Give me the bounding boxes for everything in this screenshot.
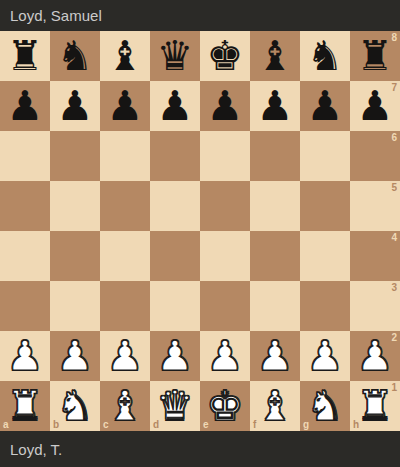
rank-label-5: 5	[391, 182, 397, 193]
black-pawn-e7: ♟	[200, 81, 250, 131]
square-h6[interactable]: 6	[350, 131, 400, 181]
white-bishop-c1: ♝	[100, 381, 150, 431]
square-g5[interactable]	[300, 181, 350, 231]
rank-label-3: 3	[391, 282, 397, 293]
square-e7[interactable]: ♟	[200, 81, 250, 131]
square-d6[interactable]	[150, 131, 200, 181]
square-d3[interactable]	[150, 281, 200, 331]
square-a5[interactable]	[0, 181, 50, 231]
square-f2[interactable]: ♟	[250, 331, 300, 381]
square-g2[interactable]: ♟	[300, 331, 350, 381]
black-rook-a8: ♜	[0, 31, 50, 81]
square-h8[interactable]: ♜8	[350, 31, 400, 81]
square-h5[interactable]: 5	[350, 181, 400, 231]
black-bishop-f8: ♝	[250, 31, 300, 81]
white-pawn-e2: ♟	[200, 331, 250, 381]
square-h7[interactable]: ♟7	[350, 81, 400, 131]
rank-label-4: 4	[391, 232, 397, 243]
black-knight-g8: ♞	[300, 31, 350, 81]
square-f4[interactable]	[250, 231, 300, 281]
square-b1[interactable]: ♞b	[50, 381, 100, 431]
square-d7[interactable]: ♟	[150, 81, 200, 131]
white-king-e1: ♚	[200, 381, 250, 431]
rank-label-6: 6	[391, 132, 397, 143]
black-pawn-a7: ♟	[0, 81, 50, 131]
square-c7[interactable]: ♟	[100, 81, 150, 131]
square-g6[interactable]	[300, 131, 350, 181]
square-c3[interactable]	[100, 281, 150, 331]
white-pawn-b2: ♟	[50, 331, 100, 381]
square-e8[interactable]: ♚	[200, 31, 250, 81]
white-queen-d1: ♛	[150, 381, 200, 431]
square-a4[interactable]	[0, 231, 50, 281]
black-pawn-b7: ♟	[50, 81, 100, 131]
square-a1[interactable]: ♜a	[0, 381, 50, 431]
black-bishop-c8: ♝	[100, 31, 150, 81]
square-f5[interactable]	[250, 181, 300, 231]
player-bar-top: Loyd, Samuel	[0, 0, 400, 31]
player-name-bottom: Loyd, T.	[10, 441, 62, 458]
square-f8[interactable]: ♝	[250, 31, 300, 81]
square-f6[interactable]	[250, 131, 300, 181]
square-c1[interactable]: ♝c	[100, 381, 150, 431]
square-g3[interactable]	[300, 281, 350, 331]
square-g8[interactable]: ♞	[300, 31, 350, 81]
square-h2[interactable]: ♟2	[350, 331, 400, 381]
white-pawn-d2: ♟	[150, 331, 200, 381]
square-c8[interactable]: ♝	[100, 31, 150, 81]
square-d4[interactable]	[150, 231, 200, 281]
square-c2[interactable]: ♟	[100, 331, 150, 381]
chess-game-view: Loyd, Samuel ♜♞♝♛♚♝♞♜8♟♟♟♟♟♟♟♟76543♟♟♟♟♟…	[0, 0, 400, 467]
square-a8[interactable]: ♜	[0, 31, 50, 81]
square-c5[interactable]	[100, 181, 150, 231]
white-pawn-h2: ♟	[350, 331, 400, 381]
square-e6[interactable]	[200, 131, 250, 181]
square-a3[interactable]	[0, 281, 50, 331]
black-queen-d8: ♛	[150, 31, 200, 81]
player-name-top: Loyd, Samuel	[10, 7, 102, 24]
square-e4[interactable]	[200, 231, 250, 281]
square-f1[interactable]: ♝f	[250, 381, 300, 431]
square-h4[interactable]: 4	[350, 231, 400, 281]
white-pawn-f2: ♟	[250, 331, 300, 381]
player-bar-bottom: Loyd, T.	[0, 431, 400, 467]
square-b4[interactable]	[50, 231, 100, 281]
black-pawn-c7: ♟	[100, 81, 150, 131]
square-b6[interactable]	[50, 131, 100, 181]
square-g4[interactable]	[300, 231, 350, 281]
black-pawn-d7: ♟	[150, 81, 200, 131]
square-g1[interactable]: ♞g	[300, 381, 350, 431]
square-a6[interactable]	[0, 131, 50, 181]
white-pawn-c2: ♟	[100, 331, 150, 381]
square-h1[interactable]: ♜1h	[350, 381, 400, 431]
black-king-e8: ♚	[200, 31, 250, 81]
black-pawn-f7: ♟	[250, 81, 300, 131]
white-pawn-g2: ♟	[300, 331, 350, 381]
square-e2[interactable]: ♟	[200, 331, 250, 381]
square-e5[interactable]	[200, 181, 250, 231]
black-knight-b8: ♞	[50, 31, 100, 81]
square-e1[interactable]: ♚e	[200, 381, 250, 431]
square-c4[interactable]	[100, 231, 150, 281]
square-g7[interactable]: ♟	[300, 81, 350, 131]
white-knight-g1: ♞	[300, 381, 350, 431]
square-b3[interactable]	[50, 281, 100, 331]
white-knight-b1: ♞	[50, 381, 100, 431]
square-a7[interactable]: ♟	[0, 81, 50, 131]
square-d1[interactable]: ♛d	[150, 381, 200, 431]
square-d5[interactable]	[150, 181, 200, 231]
square-b7[interactable]: ♟	[50, 81, 100, 131]
chess-board: ♜♞♝♛♚♝♞♜8♟♟♟♟♟♟♟♟76543♟♟♟♟♟♟♟♟2♜a♞b♝c♛d♚…	[0, 31, 400, 431]
square-c6[interactable]	[100, 131, 150, 181]
square-f7[interactable]: ♟	[250, 81, 300, 131]
square-h3[interactable]: 3	[350, 281, 400, 331]
black-rook-h8: ♜	[350, 31, 400, 81]
black-pawn-h7: ♟	[350, 81, 400, 131]
square-f3[interactable]	[250, 281, 300, 331]
black-pawn-g7: ♟	[300, 81, 350, 131]
white-rook-h1: ♜	[350, 381, 400, 431]
white-bishop-f1: ♝	[250, 381, 300, 431]
square-b5[interactable]	[50, 181, 100, 231]
square-d8[interactable]: ♛	[150, 31, 200, 81]
square-d2[interactable]: ♟	[150, 331, 200, 381]
white-pawn-a2: ♟	[0, 331, 50, 381]
square-a2[interactable]: ♟	[0, 331, 50, 381]
square-b8[interactable]: ♞	[50, 31, 100, 81]
square-b2[interactable]: ♟	[50, 331, 100, 381]
white-rook-a1: ♜	[0, 381, 50, 431]
square-e3[interactable]	[200, 281, 250, 331]
